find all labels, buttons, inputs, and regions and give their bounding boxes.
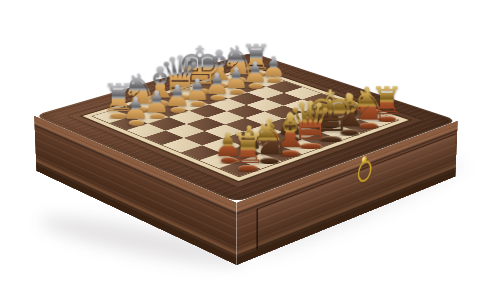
board-square xyxy=(284,99,321,112)
piece-wood-base xyxy=(266,78,280,84)
chess-piece: ♜ xyxy=(359,82,415,122)
board-square: ♜ xyxy=(360,113,398,126)
board-square xyxy=(166,124,205,138)
chess-set-photo: ♜♞♝♛♚♝♞♜♟♟♟♟♟♟♟♟♟♟♟♟♟♟♟♟♜♞♝♛♚♝♞♜ xyxy=(0,0,480,303)
board-square xyxy=(265,105,303,118)
piece-glyph: ♟ xyxy=(261,53,286,81)
board-square xyxy=(207,111,245,124)
piece-glyph: ♜ xyxy=(240,40,272,75)
piece-wood-base xyxy=(280,150,299,156)
chess-piece: ♝ xyxy=(132,61,187,106)
piece-wood-base xyxy=(359,109,374,115)
piece-wood-base xyxy=(109,113,127,119)
chess-piece: ♞ xyxy=(112,69,167,113)
piece-wood-base xyxy=(378,116,396,122)
chess-piece: ♟ xyxy=(339,84,395,116)
chess-box: ♜♞♝♛♚♝♞♜♟♟♟♟♟♟♟♟♟♟♟♟♟♟♟♟♜♞♝♛♚♝♞♜ xyxy=(34,52,458,202)
piece-wood-base xyxy=(282,136,298,142)
piece-glyph: ♟ xyxy=(353,84,380,114)
piece-wood-base xyxy=(259,158,278,164)
piece-glyph: ♞ xyxy=(121,69,158,111)
piece-wood-base xyxy=(340,129,359,135)
chess-piece: ♜ xyxy=(230,40,282,77)
piece-wood-base xyxy=(238,165,258,172)
chess-piece: ♟ xyxy=(247,53,300,83)
stage: ♜♞♝♛♚♝♞♜♟♟♟♟♟♟♟♟♟♟♟♟♟♟♟♟♜♞♝♛♚♝♞♜ xyxy=(0,0,480,303)
piece-glyph: ♜ xyxy=(370,82,404,120)
piece-glyph: ♜ xyxy=(101,79,135,117)
